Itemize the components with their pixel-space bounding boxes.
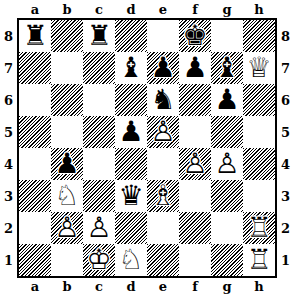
square-d1[interactable]: ♞♘ bbox=[115, 244, 147, 276]
square-f1[interactable] bbox=[179, 244, 211, 276]
square-e7[interactable]: ♟♟ bbox=[147, 52, 179, 84]
white-pawn-backdrop: ♟ bbox=[83, 212, 115, 244]
piece-black-pawn: ♟ bbox=[51, 148, 83, 180]
piece-white-queen: ♕ bbox=[243, 52, 275, 84]
piece-black-pawn: ♟ bbox=[115, 116, 147, 148]
rank-label-5: 5 bbox=[4, 125, 13, 140]
piece-white-pawn: ♙ bbox=[51, 212, 83, 244]
rank-label-3: 3 bbox=[4, 189, 13, 204]
piece-white-rook: ♖ bbox=[243, 244, 275, 276]
rank-label-5: 5 bbox=[281, 125, 290, 140]
black-queen-backdrop: ♛ bbox=[115, 180, 147, 212]
black-pawn-backdrop: ♟ bbox=[179, 52, 211, 84]
square-h6[interactable] bbox=[243, 84, 275, 116]
piece-white-pawn: ♙ bbox=[211, 148, 243, 180]
square-f2[interactable] bbox=[179, 212, 211, 244]
square-d6[interactable] bbox=[115, 84, 147, 116]
corner-bottom-left bbox=[0, 278, 17, 295]
rank-label-4: 4 bbox=[281, 157, 290, 172]
square-f3[interactable] bbox=[179, 180, 211, 212]
square-h2[interactable]: ♜♖ bbox=[243, 212, 275, 244]
file-label-h: h bbox=[254, 2, 263, 17]
square-b8[interactable] bbox=[51, 20, 83, 52]
file-label-a: a bbox=[31, 2, 39, 17]
rank-label-3: 3 bbox=[281, 189, 290, 204]
square-h7[interactable]: ♛♕ bbox=[243, 52, 275, 84]
square-g1[interactable] bbox=[211, 244, 243, 276]
rank-label-8: 8 bbox=[4, 29, 13, 44]
square-f6[interactable] bbox=[179, 84, 211, 116]
file-labels-bottom: abcdefgh bbox=[17, 278, 277, 295]
rank-labels-right: 87654321 bbox=[277, 18, 294, 278]
black-pawn-backdrop: ♟ bbox=[147, 52, 179, 84]
piece-black-bishop: ♝ bbox=[115, 52, 147, 84]
square-b7[interactable] bbox=[51, 52, 83, 84]
piece-black-bishop: ♝ bbox=[211, 52, 243, 84]
file-label-f: f bbox=[192, 279, 198, 294]
white-pawn-backdrop: ♟ bbox=[211, 148, 243, 180]
square-g6[interactable]: ♟♟ bbox=[211, 84, 243, 116]
square-a5[interactable] bbox=[19, 116, 51, 148]
square-h1[interactable]: ♜♖ bbox=[243, 244, 275, 276]
square-g8[interactable] bbox=[211, 20, 243, 52]
square-g2[interactable] bbox=[211, 212, 243, 244]
white-pawn-backdrop: ♟ bbox=[147, 116, 179, 148]
rank-labels-left: 87654321 bbox=[0, 18, 17, 278]
square-h8[interactable] bbox=[243, 20, 275, 52]
corner-top-right bbox=[277, 0, 294, 18]
square-b6[interactable] bbox=[51, 84, 83, 116]
chess-board: ♜♜♜♜♚♚♝♝♟♟♟♟♝♝♛♕♞♞♟♟♟♟♟♙♟♟♟♙♟♙♞♘♛♛♝♗♟♙♟♙… bbox=[17, 18, 277, 278]
square-c7[interactable] bbox=[83, 52, 115, 84]
piece-white-pawn: ♙ bbox=[179, 148, 211, 180]
white-king-backdrop: ♚ bbox=[83, 244, 115, 276]
square-f7[interactable]: ♟♟ bbox=[179, 52, 211, 84]
square-e6[interactable]: ♞♞ bbox=[147, 84, 179, 116]
square-c6[interactable] bbox=[83, 84, 115, 116]
square-c1[interactable]: ♚♔ bbox=[83, 244, 115, 276]
file-label-g: g bbox=[222, 279, 231, 294]
black-pawn-backdrop: ♟ bbox=[211, 84, 243, 116]
file-label-d: d bbox=[126, 2, 135, 17]
white-bishop-backdrop: ♝ bbox=[147, 180, 179, 212]
square-e3[interactable]: ♝♗ bbox=[147, 180, 179, 212]
square-e4[interactable] bbox=[147, 148, 179, 180]
square-a8[interactable]: ♜♜ bbox=[19, 20, 51, 52]
piece-white-knight: ♘ bbox=[115, 244, 147, 276]
square-a2[interactable] bbox=[19, 212, 51, 244]
file-label-c: c bbox=[95, 2, 103, 17]
piece-white-pawn: ♙ bbox=[147, 116, 179, 148]
file-label-e: e bbox=[159, 2, 167, 17]
piece-black-rook: ♜ bbox=[19, 20, 51, 52]
white-queen-backdrop: ♛ bbox=[243, 52, 275, 84]
black-bishop-backdrop: ♝ bbox=[211, 52, 243, 84]
square-f8[interactable]: ♚♚ bbox=[179, 20, 211, 52]
file-label-a: a bbox=[31, 279, 39, 294]
piece-black-pawn: ♟ bbox=[147, 52, 179, 84]
square-c8[interactable]: ♜♜ bbox=[83, 20, 115, 52]
piece-white-rook: ♖ bbox=[243, 212, 275, 244]
square-f5[interactable] bbox=[179, 116, 211, 148]
square-d5[interactable]: ♟♟ bbox=[115, 116, 147, 148]
square-g4[interactable]: ♟♙ bbox=[211, 148, 243, 180]
square-g5[interactable] bbox=[211, 116, 243, 148]
square-d3[interactable]: ♛♛ bbox=[115, 180, 147, 212]
square-b3[interactable]: ♞♘ bbox=[51, 180, 83, 212]
square-c5[interactable] bbox=[83, 116, 115, 148]
piece-black-king: ♚ bbox=[179, 20, 211, 52]
black-king-backdrop: ♚ bbox=[179, 20, 211, 52]
rank-label-7: 7 bbox=[281, 61, 290, 76]
white-rook-backdrop: ♜ bbox=[243, 212, 275, 244]
piece-white-knight: ♘ bbox=[51, 180, 83, 212]
piece-black-queen: ♛ bbox=[115, 180, 147, 212]
square-c4[interactable] bbox=[83, 148, 115, 180]
square-b2[interactable]: ♟♙ bbox=[51, 212, 83, 244]
square-h5[interactable] bbox=[243, 116, 275, 148]
piece-white-king: ♔ bbox=[83, 244, 115, 276]
square-f4[interactable]: ♟♙ bbox=[179, 148, 211, 180]
corner-bottom-right bbox=[277, 278, 294, 295]
white-pawn-backdrop: ♟ bbox=[179, 148, 211, 180]
square-g3[interactable] bbox=[211, 180, 243, 212]
rank-label-1: 1 bbox=[4, 253, 13, 268]
file-label-c: c bbox=[95, 279, 103, 294]
square-b1[interactable] bbox=[51, 244, 83, 276]
rank-label-2: 2 bbox=[281, 221, 290, 236]
rank-label-6: 6 bbox=[4, 93, 13, 108]
file-label-e: e bbox=[159, 279, 167, 294]
piece-black-pawn: ♟ bbox=[211, 84, 243, 116]
square-b4[interactable]: ♟♟ bbox=[51, 148, 83, 180]
square-c2[interactable]: ♟♙ bbox=[83, 212, 115, 244]
black-pawn-backdrop: ♟ bbox=[115, 116, 147, 148]
white-knight-backdrop: ♞ bbox=[115, 244, 147, 276]
square-a1[interactable] bbox=[19, 244, 51, 276]
white-rook-backdrop: ♜ bbox=[243, 244, 275, 276]
square-d4[interactable] bbox=[115, 148, 147, 180]
file-label-b: b bbox=[62, 2, 71, 17]
square-e2[interactable] bbox=[147, 212, 179, 244]
piece-black-rook: ♜ bbox=[83, 20, 115, 52]
chess-diagram: abcdefgh 87654321 ♜♜♜♜♚♚♝♝♟♟♟♟♝♝♛♕♞♞♟♟♟♟… bbox=[0, 0, 294, 295]
file-label-b: b bbox=[62, 279, 71, 294]
file-label-g: g bbox=[222, 2, 231, 17]
square-h3[interactable] bbox=[243, 180, 275, 212]
file-label-f: f bbox=[192, 2, 198, 17]
rank-label-2: 2 bbox=[4, 221, 13, 236]
black-knight-backdrop: ♞ bbox=[147, 84, 179, 116]
square-a7[interactable] bbox=[19, 52, 51, 84]
square-e1[interactable] bbox=[147, 244, 179, 276]
black-pawn-backdrop: ♟ bbox=[51, 148, 83, 180]
square-a3[interactable] bbox=[19, 180, 51, 212]
black-rook-backdrop: ♜ bbox=[83, 20, 115, 52]
white-knight-backdrop: ♞ bbox=[51, 180, 83, 212]
black-rook-backdrop: ♜ bbox=[19, 20, 51, 52]
square-d7[interactable]: ♝♝ bbox=[115, 52, 147, 84]
rank-label-7: 7 bbox=[4, 61, 13, 76]
square-d2[interactable] bbox=[115, 212, 147, 244]
file-label-d: d bbox=[126, 279, 135, 294]
piece-black-pawn: ♟ bbox=[179, 52, 211, 84]
square-a6[interactable] bbox=[19, 84, 51, 116]
square-g7[interactable]: ♝♝ bbox=[211, 52, 243, 84]
piece-black-knight: ♞ bbox=[147, 84, 179, 116]
rank-label-8: 8 bbox=[281, 29, 290, 44]
rank-label-1: 1 bbox=[281, 253, 290, 268]
square-d8[interactable] bbox=[115, 20, 147, 52]
square-a4[interactable] bbox=[19, 148, 51, 180]
square-e5[interactable]: ♟♙ bbox=[147, 116, 179, 148]
piece-white-pawn: ♙ bbox=[83, 212, 115, 244]
square-b5[interactable] bbox=[51, 116, 83, 148]
corner-top-left bbox=[0, 0, 17, 18]
square-c3[interactable] bbox=[83, 180, 115, 212]
white-pawn-backdrop: ♟ bbox=[51, 212, 83, 244]
square-e8[interactable] bbox=[147, 20, 179, 52]
piece-white-bishop: ♗ bbox=[147, 180, 179, 212]
black-bishop-backdrop: ♝ bbox=[115, 52, 147, 84]
rank-label-4: 4 bbox=[4, 157, 13, 172]
file-labels-top: abcdefgh bbox=[17, 0, 277, 18]
square-h4[interactable] bbox=[243, 148, 275, 180]
rank-label-6: 6 bbox=[281, 93, 290, 108]
file-label-h: h bbox=[254, 279, 263, 294]
